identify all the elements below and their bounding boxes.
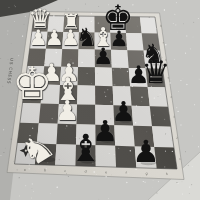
white-pawn-a7: ♟ — [29, 27, 48, 48]
white-bishop-e7: ♝ — [91, 24, 114, 50]
black-pawn-e6: ♟ — [93, 44, 113, 67]
white-pawn-b5: ♟ — [41, 60, 63, 84]
white-rook-c8: ♜ — [62, 10, 81, 32]
white-queen-a8: ♛ — [28, 5, 52, 32]
white-king-a4: ♚ — [12, 61, 52, 106]
white-knight-b1: ♞ — [15, 126, 62, 174]
black-king-f8: ♚ — [102, 0, 133, 35]
white-pawn-c7: ♟ — [61, 27, 80, 48]
black-pawn-g1: ♟ — [132, 138, 159, 169]
black-pawn-f7: ♟ — [109, 28, 128, 49]
black-knight-d7: ♞ — [75, 24, 98, 49]
black-knight-h6: ♞ — [141, 42, 165, 69]
black-pawn-e2: ♟ — [92, 117, 118, 146]
black-pawn-g5: ♟ — [128, 62, 150, 86]
white-pawn-c3: ♟ — [55, 97, 79, 124]
white-bishop-c4: ♝ — [54, 74, 82, 105]
white-pawn-c5: ♟ — [58, 61, 80, 85]
black-bishop-d1: ♝ — [69, 130, 102, 167]
black-pawn-f3: ♟ — [111, 98, 135, 125]
black-queen-h5: ♛ — [141, 55, 170, 88]
pieces-layer: ♛♜♚♟♟♟♞♝♟♟♞♟♟♟♛♚♝♟♟♟♞♝♟ — [0, 0, 200, 200]
white-pawn-b7: ♟ — [45, 27, 64, 48]
chessboard-photo: US CHESSabcdefgh87654321 ♛♜♚♟♟♟♞♝♟♟♞♟♟♟♛… — [0, 0, 200, 200]
